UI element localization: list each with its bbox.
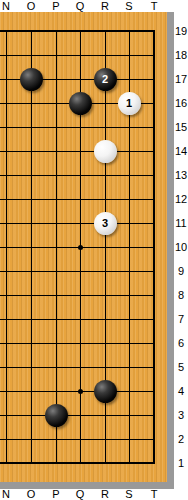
row-label-15: 15	[174, 121, 188, 133]
row-label-14: 14	[174, 145, 188, 157]
column-label-o: O	[27, 488, 36, 500]
row-label-3: 3	[174, 409, 188, 421]
black-stone-r4	[94, 380, 117, 403]
column-label-o: O	[27, 0, 36, 12]
row-label-5: 5	[174, 361, 188, 373]
row-label-9: 9	[174, 265, 188, 277]
row-label-12: 12	[174, 193, 188, 205]
column-label-p: P	[52, 0, 59, 12]
column-label-s: S	[125, 0, 132, 12]
black-stone-o17	[20, 68, 43, 91]
star-point-q10	[78, 245, 83, 250]
column-label-p: P	[52, 488, 59, 500]
move-number-1: 1	[126, 97, 132, 109]
row-label-2: 2	[174, 433, 188, 445]
row-label-4: 4	[174, 385, 188, 397]
row-label-18: 18	[174, 49, 188, 61]
column-label-n: N	[2, 488, 10, 500]
row-label-1: 1	[174, 457, 188, 469]
column-label-r: R	[101, 488, 109, 500]
black-stone-r17: 2	[94, 68, 117, 91]
row-label-11: 11	[174, 217, 188, 229]
column-label-s: S	[125, 488, 132, 500]
black-stone-q16	[69, 92, 92, 115]
black-stone-p3	[45, 404, 68, 427]
row-label-13: 13	[174, 169, 188, 181]
column-label-n: N	[2, 0, 10, 12]
white-stone-r14	[94, 140, 117, 163]
row-label-7: 7	[174, 313, 188, 325]
row-label-19: 19	[174, 25, 188, 37]
move-number-3: 3	[102, 217, 108, 229]
star-point-q4	[78, 389, 83, 394]
column-label-q: Q	[76, 0, 85, 12]
row-label-8: 8	[174, 289, 188, 301]
board-shadow-right	[167, 12, 174, 489]
column-label-t: T	[151, 488, 158, 500]
column-label-r: R	[101, 0, 109, 12]
go-board-diagram: NOPQRST NOPQRST 191817161514131211109876…	[0, 0, 188, 500]
row-label-10: 10	[174, 241, 188, 253]
white-stone-s16: 1	[118, 92, 141, 115]
white-stone-r11: 3	[94, 212, 117, 235]
column-label-q: Q	[76, 488, 85, 500]
row-label-6: 6	[174, 337, 188, 349]
column-label-t: T	[151, 0, 158, 12]
row-label-17: 17	[174, 73, 188, 85]
row-label-16: 16	[174, 97, 188, 109]
move-number-2: 2	[102, 73, 108, 85]
